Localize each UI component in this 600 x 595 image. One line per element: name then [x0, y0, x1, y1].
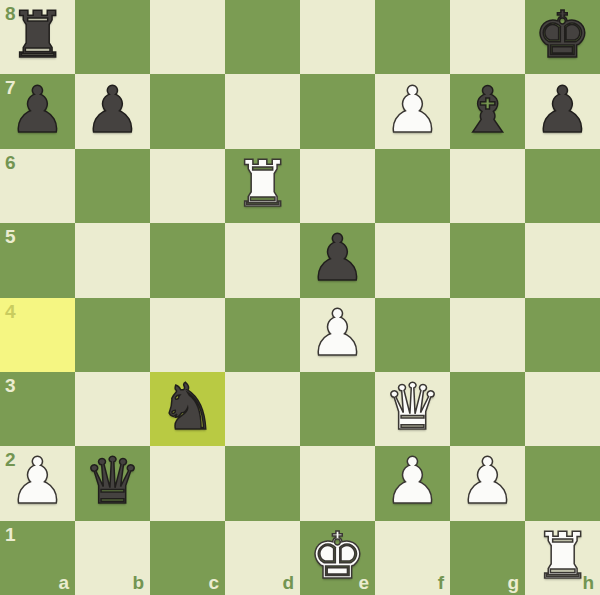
file-label-g: g: [507, 573, 519, 592]
square-d1[interactable]: d: [225, 521, 300, 595]
square-d7[interactable]: [225, 74, 300, 148]
square-g1[interactable]: g: [450, 521, 525, 595]
square-f5[interactable]: [375, 223, 450, 297]
rank-label-5: 5: [5, 227, 16, 246]
piece-black-knight-c3[interactable]: ♞: [159, 375, 216, 439]
square-d3[interactable]: [225, 372, 300, 446]
piece-black-pawn-b7[interactable]: ♟: [84, 78, 141, 142]
square-f1[interactable]: f: [375, 521, 450, 595]
square-b1[interactable]: b: [75, 521, 150, 595]
square-c4[interactable]: [150, 298, 225, 372]
piece-white-queen-f3[interactable]: ♛: [384, 375, 441, 439]
square-c8[interactable]: [150, 0, 225, 74]
square-f6[interactable]: [375, 149, 450, 223]
piece-black-king-h8[interactable]: ♚: [534, 3, 591, 67]
square-b7[interactable]: ♟: [75, 74, 150, 148]
square-g3[interactable]: [450, 372, 525, 446]
square-a7[interactable]: 7♟: [0, 74, 75, 148]
rank-label-6: 6: [5, 153, 16, 172]
square-e4[interactable]: ♟: [300, 298, 375, 372]
square-h7[interactable]: ♟: [525, 74, 600, 148]
rank-label-4: 4: [5, 302, 16, 321]
square-g5[interactable]: [450, 223, 525, 297]
piece-black-pawn-a7[interactable]: ♟: [9, 78, 66, 142]
square-c5[interactable]: [150, 223, 225, 297]
square-h8[interactable]: ♚: [525, 0, 600, 74]
file-label-f: f: [438, 573, 444, 592]
rank-label-1: 1: [5, 525, 16, 544]
square-h1[interactable]: h♜: [525, 521, 600, 595]
file-label-d: d: [282, 573, 294, 592]
square-d2[interactable]: [225, 446, 300, 520]
square-g4[interactable]: [450, 298, 525, 372]
square-a3[interactable]: 3: [0, 372, 75, 446]
piece-white-pawn-a2[interactable]: ♟: [9, 449, 66, 513]
piece-white-pawn-e4[interactable]: ♟: [309, 301, 366, 365]
square-e7[interactable]: [300, 74, 375, 148]
square-d5[interactable]: [225, 223, 300, 297]
square-a4[interactable]: 4: [0, 298, 75, 372]
file-label-b: b: [132, 573, 144, 592]
square-g2[interactable]: ♟: [450, 446, 525, 520]
piece-black-pawn-e5[interactable]: ♟: [309, 226, 366, 290]
square-f4[interactable]: [375, 298, 450, 372]
square-e1[interactable]: e♚: [300, 521, 375, 595]
square-h4[interactable]: [525, 298, 600, 372]
square-g7[interactable]: ♝: [450, 74, 525, 148]
square-h3[interactable]: [525, 372, 600, 446]
square-e2[interactable]: [300, 446, 375, 520]
piece-white-king-e1[interactable]: ♚: [309, 524, 366, 588]
square-c7[interactable]: [150, 74, 225, 148]
piece-black-bishop-g7[interactable]: ♝: [459, 78, 516, 142]
square-h2[interactable]: [525, 446, 600, 520]
square-f8[interactable]: [375, 0, 450, 74]
square-a5[interactable]: 5: [0, 223, 75, 297]
square-e8[interactable]: [300, 0, 375, 74]
square-d8[interactable]: [225, 0, 300, 74]
square-b3[interactable]: [75, 372, 150, 446]
chess-board: 8♜♚7♟♟♟♝♟6♜5♟4♟3♞♛2♟♛♟♟1abcde♚fgh♜: [0, 0, 600, 595]
piece-white-rook-h1[interactable]: ♜: [534, 524, 591, 588]
square-e3[interactable]: [300, 372, 375, 446]
square-c1[interactable]: c: [150, 521, 225, 595]
square-h6[interactable]: [525, 149, 600, 223]
square-b5[interactable]: [75, 223, 150, 297]
square-g8[interactable]: [450, 0, 525, 74]
square-a6[interactable]: 6: [0, 149, 75, 223]
square-b6[interactable]: [75, 149, 150, 223]
square-e5[interactable]: ♟: [300, 223, 375, 297]
piece-white-rook-d6[interactable]: ♜: [234, 152, 291, 216]
square-f3[interactable]: ♛: [375, 372, 450, 446]
piece-black-pawn-h7[interactable]: ♟: [534, 78, 591, 142]
piece-black-rook-a8[interactable]: ♜: [9, 3, 66, 67]
piece-white-pawn-g2[interactable]: ♟: [459, 449, 516, 513]
piece-white-pawn-f2[interactable]: ♟: [384, 449, 441, 513]
square-g6[interactable]: [450, 149, 525, 223]
square-a8[interactable]: 8♜: [0, 0, 75, 74]
square-b8[interactable]: [75, 0, 150, 74]
square-f2[interactable]: ♟: [375, 446, 450, 520]
piece-white-pawn-f7[interactable]: ♟: [384, 78, 441, 142]
square-c3[interactable]: ♞: [150, 372, 225, 446]
square-f7[interactable]: ♟: [375, 74, 450, 148]
square-a2[interactable]: 2♟: [0, 446, 75, 520]
square-b2[interactable]: ♛: [75, 446, 150, 520]
square-d4[interactable]: [225, 298, 300, 372]
square-e6[interactable]: [300, 149, 375, 223]
square-b4[interactable]: [75, 298, 150, 372]
piece-black-queen-b2[interactable]: ♛: [84, 449, 141, 513]
file-label-a: a: [58, 573, 69, 592]
square-d6[interactable]: ♜: [225, 149, 300, 223]
square-c6[interactable]: [150, 149, 225, 223]
file-label-c: c: [208, 573, 219, 592]
rank-label-3: 3: [5, 376, 16, 395]
square-a1[interactable]: 1a: [0, 521, 75, 595]
square-h5[interactable]: [525, 223, 600, 297]
square-c2[interactable]: [150, 446, 225, 520]
